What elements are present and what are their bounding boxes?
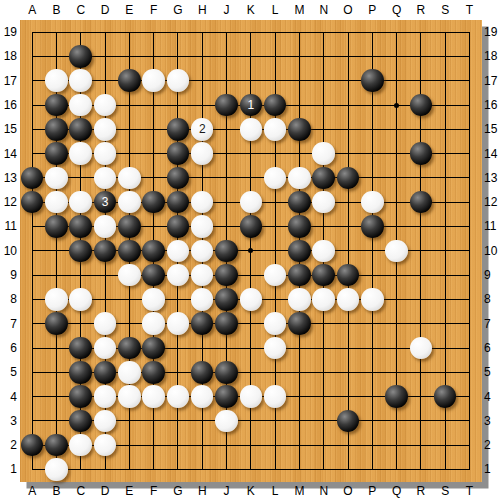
- intersection-H12[interactable]: [190, 190, 214, 214]
- intersection-R6[interactable]: [409, 336, 433, 360]
- intersection-N18[interactable]: [312, 44, 336, 68]
- intersection-O8[interactable]: [336, 287, 360, 311]
- intersection-F5[interactable]: [141, 360, 165, 384]
- intersection-K18[interactable]: [239, 44, 263, 68]
- intersection-J15[interactable]: [214, 117, 238, 141]
- intersection-J10[interactable]: [214, 239, 238, 263]
- intersection-C2[interactable]: [69, 433, 93, 457]
- intersection-H8[interactable]: [190, 287, 214, 311]
- intersection-B15[interactable]: [44, 117, 68, 141]
- intersection-P8[interactable]: [360, 287, 384, 311]
- intersection-K4[interactable]: [239, 384, 263, 408]
- intersection-R1[interactable]: [409, 457, 433, 481]
- intersection-P19[interactable]: [360, 20, 384, 44]
- intersection-O2[interactable]: [336, 433, 360, 457]
- intersection-A12[interactable]: [20, 190, 44, 214]
- intersection-D14[interactable]: [93, 141, 117, 165]
- intersection-Q9[interactable]: [384, 263, 408, 287]
- intersection-J2[interactable]: [214, 433, 238, 457]
- intersection-K2[interactable]: [239, 433, 263, 457]
- intersection-L10[interactable]: [263, 239, 287, 263]
- intersection-K13[interactable]: [239, 166, 263, 190]
- intersection-C8[interactable]: [69, 287, 93, 311]
- intersection-L8[interactable]: [263, 287, 287, 311]
- intersection-M11[interactable]: [287, 214, 311, 238]
- intersection-M5[interactable]: [287, 360, 311, 384]
- intersection-M12[interactable]: [287, 190, 311, 214]
- intersection-T4[interactable]: [457, 384, 481, 408]
- intersection-C17[interactable]: [69, 69, 93, 93]
- intersection-L17[interactable]: [263, 69, 287, 93]
- intersection-Q10[interactable]: [384, 239, 408, 263]
- intersection-S19[interactable]: [433, 20, 457, 44]
- intersection-R14[interactable]: [409, 141, 433, 165]
- intersection-R17[interactable]: [409, 69, 433, 93]
- intersection-R10[interactable]: [409, 239, 433, 263]
- intersection-E13[interactable]: [117, 166, 141, 190]
- intersection-E16[interactable]: [117, 93, 141, 117]
- intersection-B5[interactable]: [44, 360, 68, 384]
- intersection-Q4[interactable]: [384, 384, 408, 408]
- intersection-Q19[interactable]: [384, 20, 408, 44]
- intersection-O6[interactable]: [336, 336, 360, 360]
- intersection-O9[interactable]: [336, 263, 360, 287]
- intersection-A18[interactable]: [20, 44, 44, 68]
- intersection-B6[interactable]: [44, 336, 68, 360]
- intersection-D5[interactable]: [93, 360, 117, 384]
- intersection-B18[interactable]: [44, 44, 68, 68]
- intersection-D11[interactable]: [93, 214, 117, 238]
- intersection-C9[interactable]: [69, 263, 93, 287]
- intersection-G3[interactable]: [166, 409, 190, 433]
- intersection-F19[interactable]: [141, 20, 165, 44]
- intersection-S18[interactable]: [433, 44, 457, 68]
- intersection-G6[interactable]: [166, 336, 190, 360]
- intersection-T18[interactable]: [457, 44, 481, 68]
- intersection-G10[interactable]: [166, 239, 190, 263]
- intersection-J6[interactable]: [214, 336, 238, 360]
- intersection-P14[interactable]: [360, 141, 384, 165]
- intersection-M1[interactable]: [287, 457, 311, 481]
- intersection-C6[interactable]: [69, 336, 93, 360]
- intersection-O4[interactable]: [336, 384, 360, 408]
- intersection-K9[interactable]: [239, 263, 263, 287]
- intersection-J13[interactable]: [214, 166, 238, 190]
- intersection-B13[interactable]: [44, 166, 68, 190]
- intersection-H14[interactable]: [190, 141, 214, 165]
- intersection-B2[interactable]: [44, 433, 68, 457]
- intersection-G18[interactable]: [166, 44, 190, 68]
- intersection-H5[interactable]: [190, 360, 214, 384]
- intersection-G13[interactable]: [166, 166, 190, 190]
- intersection-S5[interactable]: [433, 360, 457, 384]
- intersection-A4[interactable]: [20, 384, 44, 408]
- intersection-N17[interactable]: [312, 69, 336, 93]
- intersection-G5[interactable]: [166, 360, 190, 384]
- intersection-M10[interactable]: [287, 239, 311, 263]
- intersection-G7[interactable]: [166, 312, 190, 336]
- intersection-E11[interactable]: [117, 214, 141, 238]
- intersection-D7[interactable]: [93, 312, 117, 336]
- intersection-B14[interactable]: [44, 141, 68, 165]
- intersection-H15[interactable]: 2: [190, 117, 214, 141]
- intersection-P10[interactable]: [360, 239, 384, 263]
- intersection-G8[interactable]: [166, 287, 190, 311]
- intersection-E14[interactable]: [117, 141, 141, 165]
- intersection-P12[interactable]: [360, 190, 384, 214]
- intersection-O3[interactable]: [336, 409, 360, 433]
- intersection-E2[interactable]: [117, 433, 141, 457]
- intersection-C16[interactable]: [69, 93, 93, 117]
- intersection-K5[interactable]: [239, 360, 263, 384]
- intersection-H17[interactable]: [190, 69, 214, 93]
- intersection-T8[interactable]: [457, 287, 481, 311]
- intersection-C10[interactable]: [69, 239, 93, 263]
- intersection-N1[interactable]: [312, 457, 336, 481]
- intersection-G16[interactable]: [166, 93, 190, 117]
- intersection-R19[interactable]: [409, 20, 433, 44]
- intersection-A16[interactable]: [20, 93, 44, 117]
- intersection-K8[interactable]: [239, 287, 263, 311]
- intersection-D10[interactable]: [93, 239, 117, 263]
- intersection-Q12[interactable]: [384, 190, 408, 214]
- intersection-O12[interactable]: [336, 190, 360, 214]
- intersection-N2[interactable]: [312, 433, 336, 457]
- intersection-R15[interactable]: [409, 117, 433, 141]
- intersection-N9[interactable]: [312, 263, 336, 287]
- intersection-A8[interactable]: [20, 287, 44, 311]
- intersection-P7[interactable]: [360, 312, 384, 336]
- intersection-P2[interactable]: [360, 433, 384, 457]
- intersection-O7[interactable]: [336, 312, 360, 336]
- intersection-T11[interactable]: [457, 214, 481, 238]
- intersection-A15[interactable]: [20, 117, 44, 141]
- intersection-G14[interactable]: [166, 141, 190, 165]
- intersection-N15[interactable]: [312, 117, 336, 141]
- intersection-N16[interactable]: [312, 93, 336, 117]
- intersection-K15[interactable]: [239, 117, 263, 141]
- intersection-T15[interactable]: [457, 117, 481, 141]
- intersection-E10[interactable]: [117, 239, 141, 263]
- intersection-H11[interactable]: [190, 214, 214, 238]
- intersection-J4[interactable]: [214, 384, 238, 408]
- intersection-L18[interactable]: [263, 44, 287, 68]
- intersection-J11[interactable]: [214, 214, 238, 238]
- intersection-L12[interactable]: [263, 190, 287, 214]
- intersection-D13[interactable]: [93, 166, 117, 190]
- intersection-F16[interactable]: [141, 93, 165, 117]
- intersection-C15[interactable]: [69, 117, 93, 141]
- intersection-N4[interactable]: [312, 384, 336, 408]
- intersection-L16[interactable]: [263, 93, 287, 117]
- intersection-H9[interactable]: [190, 263, 214, 287]
- intersection-C4[interactable]: [69, 384, 93, 408]
- intersection-A19[interactable]: [20, 20, 44, 44]
- intersection-L9[interactable]: [263, 263, 287, 287]
- intersection-L7[interactable]: [263, 312, 287, 336]
- intersection-B12[interactable]: [44, 190, 68, 214]
- intersection-R2[interactable]: [409, 433, 433, 457]
- intersection-M13[interactable]: [287, 166, 311, 190]
- intersection-G19[interactable]: [166, 20, 190, 44]
- intersection-O11[interactable]: [336, 214, 360, 238]
- intersection-C19[interactable]: [69, 20, 93, 44]
- intersection-N14[interactable]: [312, 141, 336, 165]
- intersection-G12[interactable]: [166, 190, 190, 214]
- intersection-J5[interactable]: [214, 360, 238, 384]
- intersection-H1[interactable]: [190, 457, 214, 481]
- intersection-R4[interactable]: [409, 384, 433, 408]
- intersection-K6[interactable]: [239, 336, 263, 360]
- intersection-P16[interactable]: [360, 93, 384, 117]
- intersection-F14[interactable]: [141, 141, 165, 165]
- intersection-M3[interactable]: [287, 409, 311, 433]
- intersection-J16[interactable]: [214, 93, 238, 117]
- intersection-M6[interactable]: [287, 336, 311, 360]
- intersection-K16[interactable]: 1: [239, 93, 263, 117]
- intersection-N11[interactable]: [312, 214, 336, 238]
- intersection-O17[interactable]: [336, 69, 360, 93]
- intersection-K3[interactable]: [239, 409, 263, 433]
- intersection-O19[interactable]: [336, 20, 360, 44]
- intersection-F10[interactable]: [141, 239, 165, 263]
- intersection-L14[interactable]: [263, 141, 287, 165]
- intersection-R12[interactable]: [409, 190, 433, 214]
- intersection-R13[interactable]: [409, 166, 433, 190]
- intersection-N19[interactable]: [312, 20, 336, 44]
- intersection-G17[interactable]: [166, 69, 190, 93]
- intersection-S10[interactable]: [433, 239, 457, 263]
- intersection-D18[interactable]: [93, 44, 117, 68]
- intersection-S12[interactable]: [433, 190, 457, 214]
- intersection-D4[interactable]: [93, 384, 117, 408]
- intersection-T14[interactable]: [457, 141, 481, 165]
- intersection-D9[interactable]: [93, 263, 117, 287]
- intersection-Q1[interactable]: [384, 457, 408, 481]
- intersection-E19[interactable]: [117, 20, 141, 44]
- intersection-A7[interactable]: [20, 312, 44, 336]
- intersection-T12[interactable]: [457, 190, 481, 214]
- intersection-N13[interactable]: [312, 166, 336, 190]
- intersection-H2[interactable]: [190, 433, 214, 457]
- intersection-J12[interactable]: [214, 190, 238, 214]
- intersection-J3[interactable]: [214, 409, 238, 433]
- intersection-B3[interactable]: [44, 409, 68, 433]
- intersection-E3[interactable]: [117, 409, 141, 433]
- intersection-J14[interactable]: [214, 141, 238, 165]
- intersection-A2[interactable]: [20, 433, 44, 457]
- intersection-K12[interactable]: [239, 190, 263, 214]
- intersection-H19[interactable]: [190, 20, 214, 44]
- intersection-E6[interactable]: [117, 336, 141, 360]
- intersection-S11[interactable]: [433, 214, 457, 238]
- intersection-T13[interactable]: [457, 166, 481, 190]
- intersection-S15[interactable]: [433, 117, 457, 141]
- intersection-H7[interactable]: [190, 312, 214, 336]
- intersection-P13[interactable]: [360, 166, 384, 190]
- intersection-T1[interactable]: [457, 457, 481, 481]
- intersection-B19[interactable]: [44, 20, 68, 44]
- intersection-H3[interactable]: [190, 409, 214, 433]
- intersection-M15[interactable]: [287, 117, 311, 141]
- intersection-J1[interactable]: [214, 457, 238, 481]
- intersection-Q8[interactable]: [384, 287, 408, 311]
- intersection-S1[interactable]: [433, 457, 457, 481]
- intersection-R5[interactable]: [409, 360, 433, 384]
- intersection-B9[interactable]: [44, 263, 68, 287]
- intersection-L4[interactable]: [263, 384, 287, 408]
- intersection-P3[interactable]: [360, 409, 384, 433]
- intersection-H16[interactable]: [190, 93, 214, 117]
- intersection-S13[interactable]: [433, 166, 457, 190]
- intersection-B16[interactable]: [44, 93, 68, 117]
- intersection-S8[interactable]: [433, 287, 457, 311]
- intersection-B8[interactable]: [44, 287, 68, 311]
- intersection-H6[interactable]: [190, 336, 214, 360]
- intersection-F15[interactable]: [141, 117, 165, 141]
- intersection-E5[interactable]: [117, 360, 141, 384]
- intersection-K1[interactable]: [239, 457, 263, 481]
- intersection-M19[interactable]: [287, 20, 311, 44]
- intersection-P17[interactable]: [360, 69, 384, 93]
- intersection-Q14[interactable]: [384, 141, 408, 165]
- intersection-N3[interactable]: [312, 409, 336, 433]
- intersection-P6[interactable]: [360, 336, 384, 360]
- intersection-M9[interactable]: [287, 263, 311, 287]
- intersection-T10[interactable]: [457, 239, 481, 263]
- intersection-A6[interactable]: [20, 336, 44, 360]
- intersection-Q7[interactable]: [384, 312, 408, 336]
- intersection-A13[interactable]: [20, 166, 44, 190]
- intersection-A9[interactable]: [20, 263, 44, 287]
- intersection-E4[interactable]: [117, 384, 141, 408]
- intersection-P11[interactable]: [360, 214, 384, 238]
- intersection-C11[interactable]: [69, 214, 93, 238]
- intersection-F2[interactable]: [141, 433, 165, 457]
- intersection-A14[interactable]: [20, 141, 44, 165]
- intersection-R8[interactable]: [409, 287, 433, 311]
- intersection-O15[interactable]: [336, 117, 360, 141]
- intersection-T6[interactable]: [457, 336, 481, 360]
- intersection-C12[interactable]: [69, 190, 93, 214]
- intersection-M4[interactable]: [287, 384, 311, 408]
- intersection-L11[interactable]: [263, 214, 287, 238]
- intersection-R9[interactable]: [409, 263, 433, 287]
- intersection-G2[interactable]: [166, 433, 190, 457]
- intersection-P4[interactable]: [360, 384, 384, 408]
- intersection-D17[interactable]: [93, 69, 117, 93]
- intersection-F17[interactable]: [141, 69, 165, 93]
- intersection-K7[interactable]: [239, 312, 263, 336]
- intersection-B7[interactable]: [44, 312, 68, 336]
- intersection-Q15[interactable]: [384, 117, 408, 141]
- intersection-L6[interactable]: [263, 336, 287, 360]
- intersection-F12[interactable]: [141, 190, 165, 214]
- intersection-S2[interactable]: [433, 433, 457, 457]
- intersection-C14[interactable]: [69, 141, 93, 165]
- intersection-E18[interactable]: [117, 44, 141, 68]
- intersection-J7[interactable]: [214, 312, 238, 336]
- intersection-D3[interactable]: [93, 409, 117, 433]
- intersection-A3[interactable]: [20, 409, 44, 433]
- intersection-K17[interactable]: [239, 69, 263, 93]
- intersection-R18[interactable]: [409, 44, 433, 68]
- intersection-P9[interactable]: [360, 263, 384, 287]
- intersection-S4[interactable]: [433, 384, 457, 408]
- intersection-F9[interactable]: [141, 263, 165, 287]
- intersection-T3[interactable]: [457, 409, 481, 433]
- intersection-E7[interactable]: [117, 312, 141, 336]
- intersection-L15[interactable]: [263, 117, 287, 141]
- intersection-M8[interactable]: [287, 287, 311, 311]
- intersection-M7[interactable]: [287, 312, 311, 336]
- intersection-J8[interactable]: [214, 287, 238, 311]
- intersection-M18[interactable]: [287, 44, 311, 68]
- intersection-B11[interactable]: [44, 214, 68, 238]
- intersection-A5[interactable]: [20, 360, 44, 384]
- intersection-E8[interactable]: [117, 287, 141, 311]
- intersection-N8[interactable]: [312, 287, 336, 311]
- intersection-T2[interactable]: [457, 433, 481, 457]
- intersection-M14[interactable]: [287, 141, 311, 165]
- intersection-B17[interactable]: [44, 69, 68, 93]
- intersection-N12[interactable]: [312, 190, 336, 214]
- intersection-S6[interactable]: [433, 336, 457, 360]
- intersection-Q3[interactable]: [384, 409, 408, 433]
- intersection-L5[interactable]: [263, 360, 287, 384]
- intersection-L3[interactable]: [263, 409, 287, 433]
- intersection-O13[interactable]: [336, 166, 360, 190]
- intersection-P15[interactable]: [360, 117, 384, 141]
- intersection-T9[interactable]: [457, 263, 481, 287]
- intersection-R11[interactable]: [409, 214, 433, 238]
- intersection-K14[interactable]: [239, 141, 263, 165]
- intersection-F6[interactable]: [141, 336, 165, 360]
- intersection-T5[interactable]: [457, 360, 481, 384]
- intersection-B1[interactable]: [44, 457, 68, 481]
- intersection-J17[interactable]: [214, 69, 238, 93]
- intersection-H4[interactable]: [190, 384, 214, 408]
- intersection-D16[interactable]: [93, 93, 117, 117]
- intersection-F11[interactable]: [141, 214, 165, 238]
- intersection-P1[interactable]: [360, 457, 384, 481]
- intersection-S17[interactable]: [433, 69, 457, 93]
- intersection-L1[interactable]: [263, 457, 287, 481]
- intersection-E15[interactable]: [117, 117, 141, 141]
- intersection-Q5[interactable]: [384, 360, 408, 384]
- intersection-D2[interactable]: [93, 433, 117, 457]
- intersection-B4[interactable]: [44, 384, 68, 408]
- intersection-F3[interactable]: [141, 409, 165, 433]
- intersection-H18[interactable]: [190, 44, 214, 68]
- intersection-E1[interactable]: [117, 457, 141, 481]
- intersection-J19[interactable]: [214, 20, 238, 44]
- intersection-G1[interactable]: [166, 457, 190, 481]
- intersection-Q2[interactable]: [384, 433, 408, 457]
- intersection-Q11[interactable]: [384, 214, 408, 238]
- intersection-R7[interactable]: [409, 312, 433, 336]
- intersection-C18[interactable]: [69, 44, 93, 68]
- intersection-F1[interactable]: [141, 457, 165, 481]
- intersection-H10[interactable]: [190, 239, 214, 263]
- intersection-B10[interactable]: [44, 239, 68, 263]
- intersection-J18[interactable]: [214, 44, 238, 68]
- intersection-M2[interactable]: [287, 433, 311, 457]
- intersection-Q17[interactable]: [384, 69, 408, 93]
- intersection-L13[interactable]: [263, 166, 287, 190]
- intersection-S16[interactable]: [433, 93, 457, 117]
- intersection-O14[interactable]: [336, 141, 360, 165]
